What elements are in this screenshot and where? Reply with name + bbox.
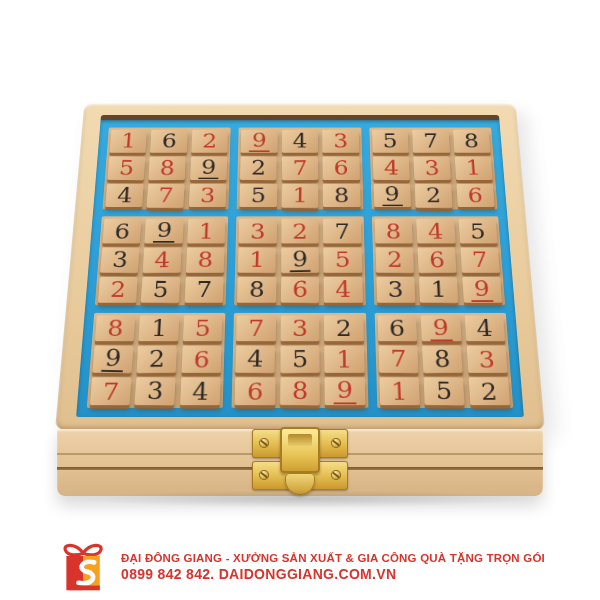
tile-r2c7-4[interactable]: 4 [373, 156, 410, 180]
tile-r3c4-5[interactable]: 5 [240, 183, 277, 207]
tile-r4c3-1[interactable]: 1 [187, 219, 225, 244]
tile-digit: 9 [101, 347, 125, 373]
tile-r3c5-1[interactable]: 1 [281, 183, 318, 207]
tile-r5c3-8[interactable]: 8 [186, 248, 225, 273]
tile-r3c9-6[interactable]: 6 [456, 183, 495, 207]
tile-r6c7-3[interactable]: 3 [376, 277, 415, 303]
tile-r9c1-7[interactable]: 7 [90, 377, 132, 405]
block-3: 578431926 [369, 128, 498, 210]
tile-digit: 9 [470, 277, 493, 301]
sudoku-box-lid: 1625894739432765185784319266913482573271… [55, 30, 545, 430]
tile-digit: 3 [387, 279, 403, 301]
tile-digit: 6 [333, 158, 348, 178]
tile-r9c4-6[interactable]: 6 [235, 377, 275, 405]
tile-r4c9-5[interactable]: 5 [458, 219, 497, 244]
tile-r9c6-9[interactable]: 9 [325, 377, 365, 405]
brand-text: ĐẠI ĐÔNG GIANG - XƯỞNG SẢN XUẤT & GIA CÔ… [121, 552, 545, 582]
tile-r7c2-1[interactable]: 1 [139, 315, 179, 341]
block-9: 694783152 [374, 313, 513, 408]
tile-digit: 3 [111, 249, 128, 270]
tile-digit: 1 [151, 317, 168, 339]
tile-digit: 6 [193, 348, 210, 371]
tile-r5c7-2[interactable]: 2 [375, 247, 413, 273]
tile-digit: 5 [382, 131, 398, 150]
tile-r3c8-2[interactable]: 2 [415, 183, 453, 207]
tile-r5c2-4[interactable]: 4 [143, 247, 182, 273]
tile-r3c3-3[interactable]: 3 [189, 183, 227, 207]
tile-r9c5-8[interactable]: 8 [280, 377, 320, 405]
tile-digit: 8 [463, 131, 479, 150]
tile-digit: 5 [153, 279, 170, 301]
tile-digit: 2 [387, 249, 403, 270]
tile-digit: 8 [249, 279, 265, 301]
tile-r9c7-1[interactable]: 1 [379, 377, 420, 405]
tile-digit: 4 [116, 185, 133, 205]
screw-icon [259, 470, 269, 480]
tile-digit: 1 [120, 131, 136, 150]
tile-digit: 8 [197, 249, 213, 270]
sudoku-board: 1625894739432765185784319266913482573271… [76, 115, 524, 417]
tile-digit: 4 [247, 348, 264, 371]
tile-r8c8-8[interactable]: 8 [422, 346, 463, 374]
tile-r5c9-7[interactable]: 7 [460, 248, 500, 273]
wooden-frame: 1625894739432765185784319266913482573271… [55, 104, 545, 430]
tile-r1c3-2[interactable]: 2 [191, 130, 228, 153]
tile-r8c9-3[interactable]: 3 [466, 346, 507, 373]
brand-contact: 0899 842 842. DAIDONGGIANG.COM.VN [121, 566, 545, 582]
tile-digit: 3 [333, 131, 348, 150]
tile-r9c2-3[interactable]: 3 [135, 377, 177, 405]
tile-r4c7-8[interactable]: 8 [374, 219, 412, 244]
tile-digit: 7 [423, 131, 439, 150]
tile-digit: 6 [389, 317, 406, 339]
tile-digit: 4 [427, 221, 443, 242]
tile-r2c6-6[interactable]: 6 [323, 156, 360, 179]
tile-digit: 5 [118, 158, 135, 178]
tile-digit: 3 [147, 379, 165, 403]
tile-digit: 6 [429, 249, 446, 270]
tile-digit: 1 [391, 380, 408, 403]
tile-r2c4-2[interactable]: 2 [240, 156, 277, 180]
tile-r8c1-9[interactable]: 9 [92, 346, 134, 374]
tile-digit: 7 [334, 221, 350, 242]
tile-r8c7-7[interactable]: 7 [378, 346, 418, 374]
clasp-buckle[interactable] [280, 427, 320, 473]
tile-digit: 9 [249, 130, 270, 151]
block-8: 732451689 [232, 313, 368, 408]
tile-digit: 7 [102, 380, 120, 403]
tile-r7c6-2[interactable]: 2 [324, 315, 363, 341]
tile-digit: 8 [160, 158, 176, 178]
tile-r7c3-5[interactable]: 5 [183, 315, 223, 341]
tile-digit: 6 [247, 380, 264, 403]
tile-r2c3-9[interactable]: 9 [190, 156, 227, 179]
tile-r9c9-2[interactable]: 2 [468, 377, 510, 405]
tile-r1c2-6[interactable]: 6 [150, 130, 187, 153]
tile-digit: 5 [194, 317, 211, 339]
tile-r5c8-6[interactable]: 6 [417, 247, 457, 273]
tile-r1c9-8[interactable]: 8 [453, 130, 491, 153]
screw-icon [259, 438, 269, 448]
tile-r1c6-3[interactable]: 3 [322, 130, 359, 153]
tile-digit: 1 [292, 185, 307, 205]
box-front-panel [57, 429, 543, 496]
tile-r7c9-4[interactable]: 4 [464, 315, 505, 341]
tile-digit: 5 [335, 249, 351, 270]
tile-digit: 1 [465, 158, 481, 178]
tile-r4c8-4[interactable]: 4 [416, 219, 455, 244]
tile-digit: 9 [429, 316, 452, 341]
tile-r6c9-9[interactable]: 9 [462, 277, 502, 303]
tile-r7c7-6[interactable]: 6 [377, 315, 417, 341]
tile-digit: 2 [251, 158, 267, 178]
tile-digit: 3 [478, 348, 496, 371]
tile-r9c8-5[interactable]: 5 [424, 377, 465, 405]
tile-r8c6-1[interactable]: 1 [324, 346, 364, 373]
tile-r1c4-9[interactable]: 9 [241, 130, 278, 153]
tile-digit: 4 [384, 158, 399, 178]
tile-r6c8-1[interactable]: 1 [419, 277, 458, 303]
tile-r6c2-5[interactable]: 5 [141, 277, 181, 303]
tile-r1c7-5[interactable]: 5 [372, 130, 409, 153]
tile-r6c6-4[interactable]: 4 [324, 277, 363, 303]
tile-digit: 9 [198, 157, 219, 179]
tile-digit: 3 [250, 221, 266, 242]
tile-r4c6-7[interactable]: 7 [323, 219, 361, 244]
tile-r7c5-3[interactable]: 3 [280, 315, 319, 341]
tile-digit: 9 [382, 184, 403, 206]
tile-r4c4-3[interactable]: 3 [239, 219, 277, 244]
block-1: 162589473 [102, 128, 231, 210]
tile-r2c5-7[interactable]: 7 [282, 156, 319, 180]
tile-digit: 9 [333, 378, 356, 404]
tile-r8c2-2[interactable]: 2 [137, 346, 177, 374]
tile-r6c1-2[interactable]: 2 [98, 277, 138, 303]
tile-digit: 4 [476, 317, 494, 339]
block-7: 815926734 [87, 313, 226, 408]
tile-r9c3-4[interactable]: 4 [180, 377, 221, 405]
block-2: 943276518 [237, 128, 363, 210]
tile-digit: 7 [196, 279, 212, 301]
tile-r3c2-7[interactable]: 7 [147, 183, 186, 207]
tile-digit: 8 [292, 379, 309, 403]
tile-r8c5-5[interactable]: 5 [280, 346, 320, 374]
block-5: 327195864 [234, 217, 365, 305]
tile-r3c7-9[interactable]: 9 [373, 183, 411, 207]
tile-digit: 2 [426, 185, 442, 205]
screw-icon [331, 438, 341, 448]
tile-digit: 4 [192, 380, 209, 403]
tile-digit: 6 [292, 279, 308, 301]
tile-digit: 9 [153, 220, 175, 243]
tile-digit: 1 [249, 249, 265, 270]
tile-digit: 9 [289, 248, 311, 272]
tile-r2c8-3[interactable]: 3 [413, 156, 451, 180]
tile-digit: 2 [202, 131, 218, 150]
tile-digit: 6 [161, 131, 177, 150]
brand-slogan: ĐẠI ĐÔNG GIANG - XƯỞNG SẢN XUẤT & GIA CÔ… [121, 552, 545, 564]
tile-r1c1-1[interactable]: 1 [110, 130, 148, 153]
tile-digit: 4 [335, 279, 351, 301]
block-4: 691348257 [95, 217, 229, 305]
tile-digit: 2 [149, 348, 166, 371]
tile-r4c5-2[interactable]: 2 [281, 219, 319, 244]
tile-r1c5-4[interactable]: 4 [282, 130, 318, 153]
product-photo: 1625894739432765185784319266913482573271… [0, 0, 600, 600]
tile-digit: 2 [480, 380, 498, 403]
tile-digit: 5 [469, 221, 486, 242]
tile-r2c2-8[interactable]: 8 [149, 156, 186, 180]
tile-digit: 6 [467, 185, 484, 205]
tile-r5c4-1[interactable]: 1 [238, 247, 277, 273]
tile-digit: 7 [158, 185, 175, 205]
tile-digit: 1 [431, 279, 447, 301]
tile-digit: 5 [436, 379, 453, 403]
tile-r5c1-3[interactable]: 3 [100, 247, 140, 273]
tile-digit: 2 [292, 221, 307, 242]
tile-r4c2-9[interactable]: 9 [145, 219, 184, 244]
tile-r1c8-7[interactable]: 7 [412, 130, 449, 153]
tile-r3c1-4[interactable]: 4 [105, 183, 144, 207]
tile-digit: 3 [424, 158, 440, 178]
tile-digit: 4 [155, 249, 171, 270]
tile-digit: 3 [292, 317, 308, 339]
tile-digit: 8 [334, 185, 349, 205]
tile-digit: 2 [336, 317, 352, 339]
tile-r4c1-6[interactable]: 6 [103, 219, 142, 244]
tile-digit: 1 [198, 221, 214, 242]
screw-icon [331, 470, 341, 480]
tile-r5c5-9[interactable]: 9 [281, 247, 319, 273]
block-6: 845267319 [372, 217, 506, 305]
tile-r8c3-6[interactable]: 6 [181, 346, 221, 373]
tile-digit: 6 [114, 221, 131, 242]
tile-digit: 4 [293, 131, 308, 150]
tile-r8c4-4[interactable]: 4 [235, 346, 275, 374]
tile-digit: 7 [248, 317, 264, 339]
vendor-branding: ĐẠI ĐÔNG GIANG - XƯỞNG SẢN XUẤT & GIA CÔ… [55, 541, 545, 593]
tile-r2c9-1[interactable]: 1 [454, 156, 492, 179]
tile-r7c8-9[interactable]: 9 [421, 315, 461, 341]
tile-r5c6-5[interactable]: 5 [324, 248, 362, 273]
tile-digit: 8 [385, 221, 401, 242]
tile-r7c4-7[interactable]: 7 [236, 315, 275, 341]
tile-digit: 2 [109, 279, 126, 301]
tile-digit: 3 [200, 185, 216, 205]
tile-r7c1-8[interactable]: 8 [95, 315, 136, 341]
tile-digit: 7 [471, 249, 488, 270]
tile-r6c3-7[interactable]: 7 [185, 277, 224, 303]
tile-r3c6-8[interactable]: 8 [323, 183, 360, 207]
tile-digit: 5 [251, 185, 266, 205]
tile-digit: 7 [292, 158, 307, 178]
gift-box-logo-icon [55, 541, 111, 593]
box-shadow [80, 490, 530, 508]
tile-r6c4-8[interactable]: 8 [237, 277, 276, 303]
tile-digit: 1 [336, 348, 352, 371]
tile-digit: 8 [107, 317, 125, 339]
tile-digit: 8 [434, 348, 452, 371]
tile-r6c5-6[interactable]: 6 [280, 277, 319, 303]
tile-r2c1-5[interactable]: 5 [107, 156, 146, 180]
tile-digit: 7 [390, 348, 407, 371]
tile-digit: 5 [292, 348, 309, 371]
